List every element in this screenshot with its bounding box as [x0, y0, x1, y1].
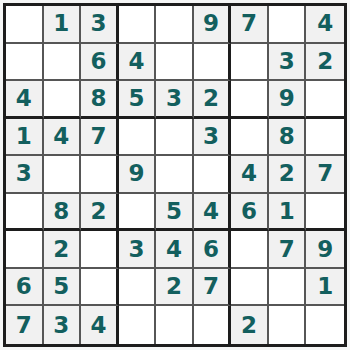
sudoku-cell-r9c7[interactable]: 2 — [231, 306, 269, 344]
sudoku-cell-r8c6[interactable]: 7 — [194, 269, 232, 307]
sudoku-cell-r3c4[interactable]: 5 — [119, 81, 157, 119]
sudoku-cell-r3c8[interactable]: 9 — [269, 81, 307, 119]
sudoku-cell-r3c2[interactable] — [44, 81, 82, 119]
sudoku-cell-r1c2[interactable]: 1 — [44, 6, 82, 44]
sudoku-cell-r8c1[interactable]: 6 — [6, 269, 44, 307]
sudoku-cell-r8c8[interactable] — [269, 269, 307, 307]
sudoku-cell-r5c9[interactable]: 7 — [306, 156, 344, 194]
sudoku-cell-r6c4[interactable] — [119, 194, 157, 232]
sudoku-cell-r8c5[interactable]: 2 — [156, 269, 194, 307]
sudoku-cell-r9c5[interactable] — [156, 306, 194, 344]
sudoku-cell-r4c3[interactable]: 7 — [81, 119, 119, 157]
sudoku-cell-r7c5[interactable]: 4 — [156, 231, 194, 269]
sudoku-cell-r5c1[interactable]: 3 — [6, 156, 44, 194]
sudoku-board: 1397464324853291473839427825461234679652… — [3, 3, 347, 347]
sudoku-cell-r6c8[interactable]: 1 — [269, 194, 307, 232]
sudoku-cell-r6c9[interactable] — [306, 194, 344, 232]
sudoku-cell-r7c8[interactable]: 7 — [269, 231, 307, 269]
sudoku-cell-r5c8[interactable]: 2 — [269, 156, 307, 194]
sudoku-cell-r1c7[interactable]: 7 — [231, 6, 269, 44]
sudoku-cell-r3c1[interactable]: 4 — [6, 81, 44, 119]
sudoku-cell-r3c9[interactable] — [306, 81, 344, 119]
sudoku-cell-r2c6[interactable] — [194, 44, 232, 82]
sudoku-cell-r9c2[interactable]: 3 — [44, 306, 82, 344]
sudoku-cell-r9c1[interactable]: 7 — [6, 306, 44, 344]
sudoku-cell-r6c7[interactable]: 6 — [231, 194, 269, 232]
sudoku-cell-r4c4[interactable] — [119, 119, 157, 157]
sudoku-cell-r2c7[interactable] — [231, 44, 269, 82]
sudoku-cell-r2c2[interactable] — [44, 44, 82, 82]
sudoku-cell-r1c8[interactable] — [269, 6, 307, 44]
sudoku-cell-r1c6[interactable]: 9 — [194, 6, 232, 44]
sudoku-cell-r8c9[interactable]: 1 — [306, 269, 344, 307]
sudoku-cell-r8c4[interactable] — [119, 269, 157, 307]
sudoku-cell-r7c9[interactable]: 9 — [306, 231, 344, 269]
sudoku-cell-r4c8[interactable]: 8 — [269, 119, 307, 157]
sudoku-cell-r8c7[interactable] — [231, 269, 269, 307]
sudoku-cell-r4c9[interactable] — [306, 119, 344, 157]
sudoku-cell-r6c2[interactable]: 8 — [44, 194, 82, 232]
sudoku-cell-r1c1[interactable] — [6, 6, 44, 44]
sudoku-cell-r5c2[interactable] — [44, 156, 82, 194]
sudoku-cell-r7c2[interactable]: 2 — [44, 231, 82, 269]
sudoku-cell-r8c3[interactable] — [81, 269, 119, 307]
sudoku-cell-r1c5[interactable] — [156, 6, 194, 44]
sudoku-cell-r2c1[interactable] — [6, 44, 44, 82]
sudoku-cell-r4c7[interactable] — [231, 119, 269, 157]
sudoku-cell-r9c4[interactable] — [119, 306, 157, 344]
sudoku-cell-r4c1[interactable]: 1 — [6, 119, 44, 157]
sudoku-cell-r2c3[interactable]: 6 — [81, 44, 119, 82]
sudoku-cell-r4c5[interactable] — [156, 119, 194, 157]
sudoku-cell-r2c4[interactable]: 4 — [119, 44, 157, 82]
sudoku-cell-r9c8[interactable] — [269, 306, 307, 344]
sudoku-cell-r1c3[interactable]: 3 — [81, 6, 119, 44]
sudoku-cell-r7c1[interactable] — [6, 231, 44, 269]
sudoku-cell-r3c6[interactable]: 2 — [194, 81, 232, 119]
sudoku-cell-r5c6[interactable] — [194, 156, 232, 194]
sudoku-cell-r3c5[interactable]: 3 — [156, 81, 194, 119]
sudoku-cell-r6c3[interactable]: 2 — [81, 194, 119, 232]
sudoku-cell-r1c9[interactable]: 4 — [306, 6, 344, 44]
sudoku-cell-r5c5[interactable] — [156, 156, 194, 194]
sudoku-cell-r2c9[interactable]: 2 — [306, 44, 344, 82]
sudoku-cell-r2c5[interactable] — [156, 44, 194, 82]
sudoku-cell-r9c3[interactable]: 4 — [81, 306, 119, 344]
sudoku-cell-r9c6[interactable] — [194, 306, 232, 344]
sudoku-cell-r4c6[interactable]: 3 — [194, 119, 232, 157]
sudoku-cell-r5c7[interactable]: 4 — [231, 156, 269, 194]
sudoku-cell-r3c7[interactable] — [231, 81, 269, 119]
sudoku-cell-r5c4[interactable]: 9 — [119, 156, 157, 194]
sudoku-cell-r8c2[interactable]: 5 — [44, 269, 82, 307]
sudoku-cell-r9c9[interactable] — [306, 306, 344, 344]
sudoku-cell-r7c6[interactable]: 6 — [194, 231, 232, 269]
sudoku-cell-r5c3[interactable] — [81, 156, 119, 194]
sudoku-cell-r7c4[interactable]: 3 — [119, 231, 157, 269]
sudoku-cell-r6c5[interactable]: 5 — [156, 194, 194, 232]
sudoku-cell-r3c3[interactable]: 8 — [81, 81, 119, 119]
sudoku-cell-r7c7[interactable] — [231, 231, 269, 269]
sudoku-cell-r6c6[interactable]: 4 — [194, 194, 232, 232]
sudoku-cell-r7c3[interactable] — [81, 231, 119, 269]
sudoku-cell-r4c2[interactable]: 4 — [44, 119, 82, 157]
sudoku-cell-r1c4[interactable] — [119, 6, 157, 44]
sudoku-cell-r2c8[interactable]: 3 — [269, 44, 307, 82]
sudoku-cell-r6c1[interactable] — [6, 194, 44, 232]
